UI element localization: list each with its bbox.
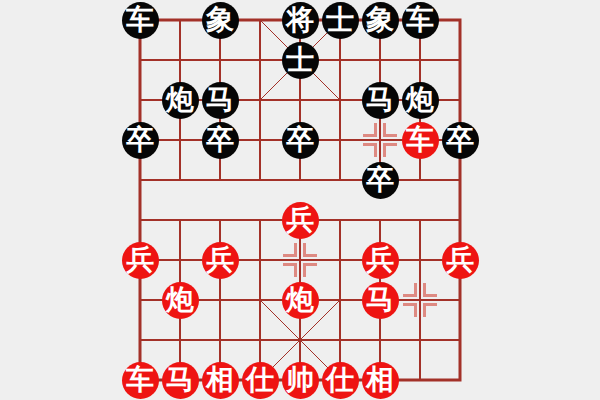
- black-general[interactable]: 将: [282, 2, 319, 39]
- last-move-origin-marker: [363, 123, 397, 157]
- black-elephant[interactable]: 象: [202, 2, 239, 39]
- red-general[interactable]: 帅: [282, 362, 319, 399]
- red-chariot[interactable]: 车: [122, 362, 159, 399]
- black-soldier[interactable]: 卒: [122, 122, 159, 159]
- red-cannon[interactable]: 炮: [162, 282, 199, 319]
- marker-corner: [283, 263, 297, 277]
- red-advisor[interactable]: 仕: [322, 362, 359, 399]
- marker-corner: [383, 143, 397, 157]
- black-soldier[interactable]: 卒: [442, 122, 479, 159]
- marker-corner: [303, 243, 317, 257]
- marker-corner: [403, 283, 417, 297]
- black-horse[interactable]: 马: [202, 82, 239, 119]
- last-move-origin-marker: [283, 243, 317, 277]
- black-chariot[interactable]: 车: [402, 2, 439, 39]
- red-elephant[interactable]: 相: [362, 362, 399, 399]
- marker-corner: [363, 143, 377, 157]
- red-elephant[interactable]: 相: [202, 362, 239, 399]
- black-advisor[interactable]: 士: [282, 42, 319, 79]
- black-soldier[interactable]: 卒: [362, 162, 399, 199]
- xiangqi-board[interactable]: 车象将士象车士炮马马炮卒卒卒卒卒车兵兵兵兵兵炮炮马车马相仕帅仕相: [0, 0, 600, 400]
- last-move-origin-marker: [403, 283, 437, 317]
- marker-corner: [423, 283, 437, 297]
- marker-corner: [383, 123, 397, 137]
- marker-corner: [283, 243, 297, 257]
- red-advisor[interactable]: 仕: [242, 362, 279, 399]
- red-horse[interactable]: 马: [162, 362, 199, 399]
- black-elephant[interactable]: 象: [362, 2, 399, 39]
- marker-corner: [403, 303, 417, 317]
- black-soldier[interactable]: 卒: [282, 122, 319, 159]
- black-horse[interactable]: 马: [362, 82, 399, 119]
- black-soldier[interactable]: 卒: [202, 122, 239, 159]
- black-advisor[interactable]: 士: [322, 2, 359, 39]
- black-cannon[interactable]: 炮: [162, 82, 199, 119]
- red-horse[interactable]: 马: [362, 282, 399, 319]
- red-soldier[interactable]: 兵: [282, 202, 319, 239]
- marker-corner: [363, 123, 377, 137]
- red-cannon[interactable]: 炮: [282, 282, 319, 319]
- red-soldier[interactable]: 兵: [442, 242, 479, 279]
- red-chariot[interactable]: 车: [402, 122, 439, 159]
- black-chariot[interactable]: 车: [122, 2, 159, 39]
- marker-corner: [303, 263, 317, 277]
- red-soldier[interactable]: 兵: [362, 242, 399, 279]
- red-soldier[interactable]: 兵: [202, 242, 239, 279]
- red-soldier[interactable]: 兵: [122, 242, 159, 279]
- black-cannon[interactable]: 炮: [402, 82, 439, 119]
- marker-corner: [423, 303, 437, 317]
